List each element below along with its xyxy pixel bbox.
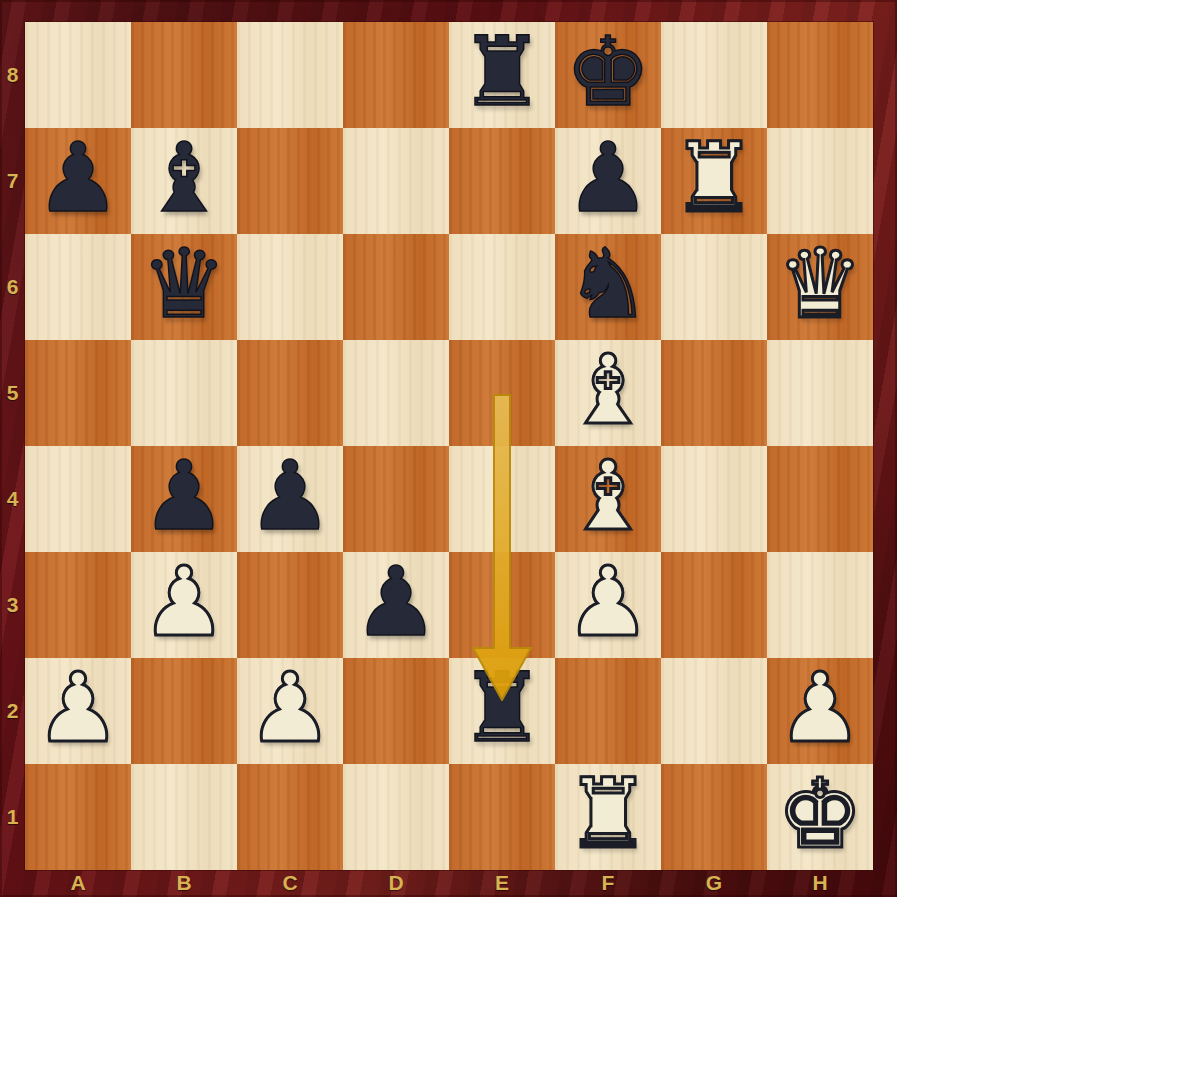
file-label-f: F	[555, 870, 661, 897]
square-g7[interactable]: ♜	[661, 128, 767, 234]
white-rook-g7[interactable]: ♜	[671, 130, 757, 226]
square-f3[interactable]: ♟	[555, 552, 661, 658]
square-e7[interactable]	[449, 128, 555, 234]
square-b5[interactable]	[131, 340, 237, 446]
square-f6[interactable]: ♞	[555, 234, 661, 340]
rank-label-7: 7	[0, 128, 25, 234]
square-b1[interactable]	[131, 764, 237, 870]
file-label-a: A	[25, 870, 131, 897]
square-d2[interactable]	[343, 658, 449, 764]
file-label-h: H	[767, 870, 873, 897]
file-label-g: G	[661, 870, 767, 897]
square-b8[interactable]	[131, 22, 237, 128]
white-rook-f1[interactable]: ♜	[565, 766, 651, 862]
black-pawn-c4[interactable]: ♟	[247, 448, 333, 544]
square-c8[interactable]	[237, 22, 343, 128]
square-a5[interactable]	[25, 340, 131, 446]
page-canvas: 87654321 ♜♚♟♝♟♜♛♞♛♝♟♟♝♟♟♟♟♟♜♟♜♚ ABCDEFGH	[0, 0, 1200, 1065]
square-d5[interactable]	[343, 340, 449, 446]
black-king-f8[interactable]: ♚	[565, 24, 651, 120]
rank-label-5: 5	[0, 340, 25, 446]
square-a3[interactable]	[25, 552, 131, 658]
white-pawn-b3[interactable]: ♟	[141, 554, 227, 650]
square-f1[interactable]: ♜	[555, 764, 661, 870]
square-c7[interactable]	[237, 128, 343, 234]
square-e2[interactable]: ♜	[449, 658, 555, 764]
square-g6[interactable]	[661, 234, 767, 340]
black-pawn-f7[interactable]: ♟	[565, 130, 651, 226]
white-king-h1[interactable]: ♚	[777, 766, 863, 862]
square-h1[interactable]: ♚	[767, 764, 873, 870]
white-pawn-h2[interactable]: ♟	[777, 660, 863, 756]
square-a1[interactable]	[25, 764, 131, 870]
square-g8[interactable]	[661, 22, 767, 128]
black-bishop-b7[interactable]: ♝	[141, 130, 227, 226]
white-queen-h6[interactable]: ♛	[777, 236, 863, 332]
square-h4[interactable]	[767, 446, 873, 552]
black-rook-e2[interactable]: ♜	[459, 660, 545, 756]
square-c1[interactable]	[237, 764, 343, 870]
square-g1[interactable]	[661, 764, 767, 870]
rank-labels: 87654321	[0, 22, 25, 870]
square-b2[interactable]	[131, 658, 237, 764]
square-f7[interactable]: ♟	[555, 128, 661, 234]
square-d6[interactable]	[343, 234, 449, 340]
square-c2[interactable]: ♟	[237, 658, 343, 764]
square-a8[interactable]	[25, 22, 131, 128]
board-grid: ♜♚♟♝♟♜♛♞♛♝♟♟♝♟♟♟♟♟♜♟♜♚	[25, 22, 873, 870]
square-e8[interactable]: ♜	[449, 22, 555, 128]
square-c4[interactable]: ♟	[237, 446, 343, 552]
square-h8[interactable]	[767, 22, 873, 128]
black-knight-f6[interactable]: ♞	[565, 236, 651, 332]
file-label-b: B	[131, 870, 237, 897]
square-b7[interactable]: ♝	[131, 128, 237, 234]
square-h2[interactable]: ♟	[767, 658, 873, 764]
square-d8[interactable]	[343, 22, 449, 128]
white-bishop-f4[interactable]: ♝	[565, 448, 651, 544]
chess-board-frame: 87654321 ♜♚♟♝♟♜♛♞♛♝♟♟♝♟♟♟♟♟♜♟♜♚ ABCDEFGH	[0, 0, 897, 897]
white-pawn-f3[interactable]: ♟	[565, 554, 651, 650]
square-f2[interactable]	[555, 658, 661, 764]
square-g2[interactable]	[661, 658, 767, 764]
square-d7[interactable]	[343, 128, 449, 234]
square-b3[interactable]: ♟	[131, 552, 237, 658]
square-g5[interactable]	[661, 340, 767, 446]
square-e4[interactable]	[449, 446, 555, 552]
file-labels: ABCDEFGH	[25, 870, 873, 897]
rank-label-8: 8	[0, 22, 25, 128]
square-b4[interactable]: ♟	[131, 446, 237, 552]
file-label-d: D	[343, 870, 449, 897]
square-d3[interactable]: ♟	[343, 552, 449, 658]
file-label-c: C	[237, 870, 343, 897]
white-pawn-c2[interactable]: ♟	[247, 660, 333, 756]
square-b6[interactable]: ♛	[131, 234, 237, 340]
square-h5[interactable]	[767, 340, 873, 446]
rank-label-4: 4	[0, 446, 25, 552]
square-g4[interactable]	[661, 446, 767, 552]
black-pawn-a7[interactable]: ♟	[35, 130, 121, 226]
square-c3[interactable]	[237, 552, 343, 658]
square-f8[interactable]: ♚	[555, 22, 661, 128]
rank-label-6: 6	[0, 234, 25, 340]
square-h6[interactable]: ♛	[767, 234, 873, 340]
square-f4[interactable]: ♝	[555, 446, 661, 552]
rank-label-1: 1	[0, 764, 25, 870]
square-c5[interactable]	[237, 340, 343, 446]
square-a2[interactable]: ♟	[25, 658, 131, 764]
square-e3[interactable]	[449, 552, 555, 658]
square-e1[interactable]	[449, 764, 555, 870]
square-h3[interactable]	[767, 552, 873, 658]
black-pawn-b4[interactable]: ♟	[141, 448, 227, 544]
square-h7[interactable]	[767, 128, 873, 234]
rank-label-2: 2	[0, 658, 25, 764]
white-bishop-f5[interactable]: ♝	[565, 342, 651, 438]
square-g3[interactable]	[661, 552, 767, 658]
square-a4[interactable]	[25, 446, 131, 552]
square-f5[interactable]: ♝	[555, 340, 661, 446]
square-d4[interactable]	[343, 446, 449, 552]
rank-label-3: 3	[0, 552, 25, 658]
black-pawn-d3[interactable]: ♟	[353, 554, 439, 650]
square-e6[interactable]	[449, 234, 555, 340]
square-d1[interactable]	[343, 764, 449, 870]
square-e5[interactable]	[449, 340, 555, 446]
white-pawn-a2[interactable]: ♟	[35, 660, 121, 756]
black-queen-b6[interactable]: ♛	[141, 236, 227, 332]
square-c6[interactable]	[237, 234, 343, 340]
square-a6[interactable]	[25, 234, 131, 340]
black-rook-e8[interactable]: ♜	[459, 24, 545, 120]
square-a7[interactable]: ♟	[25, 128, 131, 234]
file-label-e: E	[449, 870, 555, 897]
